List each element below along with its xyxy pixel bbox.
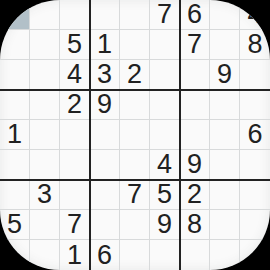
cell-r9c3[interactable]: 1	[60, 240, 90, 270]
cell-r1c3[interactable]	[60, 0, 90, 30]
sudoku-app-icon[interactable]: 764517843292916493752579816	[0, 0, 270, 270]
cell-r7c4[interactable]	[90, 180, 120, 210]
cell-r5c5[interactable]	[120, 120, 150, 150]
cell-r9c4[interactable]: 6	[90, 240, 120, 270]
cell-r1c8[interactable]	[210, 0, 240, 30]
cell-r3c6[interactable]	[150, 60, 180, 90]
cell-r6c1[interactable]	[0, 150, 30, 180]
cell-r2c1[interactable]	[0, 30, 30, 60]
cell-r9c8[interactable]	[210, 240, 240, 270]
cell-r5c4[interactable]	[90, 120, 120, 150]
cell-r6c4[interactable]	[90, 150, 120, 180]
cell-r9c7[interactable]	[180, 240, 210, 270]
cell-r5c1[interactable]: 1	[0, 120, 30, 150]
box-divider-horizontal-2	[0, 179, 270, 181]
cell-r3c7[interactable]	[180, 60, 210, 90]
cell-r7c1[interactable]	[0, 180, 30, 210]
cell-r6c8[interactable]	[210, 150, 240, 180]
cell-r3c1[interactable]	[0, 60, 30, 90]
cell-r4c6[interactable]	[150, 90, 180, 120]
cell-r5c2[interactable]	[30, 120, 60, 150]
cell-r4c9[interactable]	[240, 90, 270, 120]
cell-r3c4[interactable]: 3	[90, 60, 120, 90]
cell-r3c9[interactable]	[240, 60, 270, 90]
cell-r8c3[interactable]: 7	[60, 210, 90, 240]
cell-r7c5[interactable]: 7	[120, 180, 150, 210]
cell-r5c7[interactable]	[180, 120, 210, 150]
cell-r3c3[interactable]: 4	[60, 60, 90, 90]
cell-r9c9[interactable]	[240, 240, 270, 270]
cell-r6c7[interactable]: 9	[180, 150, 210, 180]
cell-r8c7[interactable]: 8	[180, 210, 210, 240]
page: { "game": { "name": "sudoku", "grid_size…	[0, 0, 270, 270]
cell-r6c6[interactable]: 4	[150, 150, 180, 180]
cell-r8c5[interactable]	[120, 210, 150, 240]
cell-r8c1[interactable]: 5	[0, 210, 30, 240]
cell-r3c5[interactable]: 2	[120, 60, 150, 90]
cell-r2c4[interactable]: 1	[90, 30, 120, 60]
cell-r6c2[interactable]	[30, 150, 60, 180]
cell-r7c2[interactable]: 3	[30, 180, 60, 210]
cell-r1c5[interactable]	[120, 0, 150, 30]
box-divider-vertical-2	[179, 0, 181, 270]
cell-r2c2[interactable]	[30, 30, 60, 60]
cell-r7c7[interactable]: 2	[180, 180, 210, 210]
cell-r4c2[interactable]	[30, 90, 60, 120]
cell-r6c5[interactable]	[120, 150, 150, 180]
cell-r9c6[interactable]	[150, 240, 180, 270]
cell-r8c4[interactable]	[90, 210, 120, 240]
cell-r2c9[interactable]: 8	[240, 30, 270, 60]
cell-r4c8[interactable]	[210, 90, 240, 120]
cell-r5c3[interactable]	[60, 120, 90, 150]
cell-r4c5[interactable]	[120, 90, 150, 120]
cell-r9c2[interactable]	[30, 240, 60, 270]
cell-r8c2[interactable]	[30, 210, 60, 240]
box-divider-horizontal-1	[0, 89, 270, 91]
cell-r2c3[interactable]: 5	[60, 30, 90, 60]
cell-r7c9[interactable]	[240, 180, 270, 210]
cell-r7c3[interactable]	[60, 180, 90, 210]
box-divider-vertical-1	[89, 0, 91, 270]
cell-r7c6[interactable]: 5	[150, 180, 180, 210]
cell-r2c8[interactable]	[210, 30, 240, 60]
cell-r1c9[interactable]: 4	[240, 0, 270, 30]
cell-r9c1[interactable]	[0, 240, 30, 270]
cell-r3c8[interactable]: 9	[210, 60, 240, 90]
cell-r1c7[interactable]: 6	[180, 0, 210, 30]
cell-r1c6[interactable]: 7	[150, 0, 180, 30]
cell-r8c6[interactable]: 9	[150, 210, 180, 240]
cell-r2c7[interactable]: 7	[180, 30, 210, 60]
sudoku-grid: 764517843292916493752579816	[0, 0, 270, 270]
cell-r5c8[interactable]	[210, 120, 240, 150]
cell-r1c1[interactable]	[0, 0, 30, 30]
cell-r4c3[interactable]: 2	[60, 90, 90, 120]
cell-r5c6[interactable]	[150, 120, 180, 150]
cell-r5c9[interactable]: 6	[240, 120, 270, 150]
cell-r3c2[interactable]	[30, 60, 60, 90]
cell-r1c4[interactable]	[90, 0, 120, 30]
cell-r7c8[interactable]	[210, 180, 240, 210]
cell-r8c9[interactable]	[240, 210, 270, 240]
cell-r1c2[interactable]	[30, 0, 60, 30]
cell-r2c6[interactable]	[150, 30, 180, 60]
cell-r4c7[interactable]	[180, 90, 210, 120]
cell-r9c5[interactable]	[120, 240, 150, 270]
cell-r4c4[interactable]: 9	[90, 90, 120, 120]
cell-r4c1[interactable]	[0, 90, 30, 120]
cell-r6c3[interactable]	[60, 150, 90, 180]
cell-r2c5[interactable]	[120, 30, 150, 60]
cell-r6c9[interactable]	[240, 150, 270, 180]
cell-r8c8[interactable]	[210, 210, 240, 240]
